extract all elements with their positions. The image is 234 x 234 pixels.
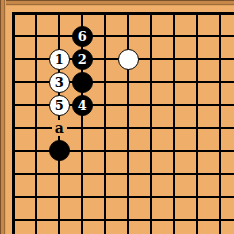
grid-line-vertical [173, 12, 175, 234]
grid-line-horizontal [12, 35, 234, 37]
grid-line-vertical [104, 12, 106, 234]
grid-line-vertical [127, 12, 129, 234]
grid-line-horizontal [12, 150, 234, 152]
move-number: 6 [78, 30, 87, 43]
stone-white-move-1: 1 [49, 49, 70, 70]
move-number: 3 [55, 76, 64, 89]
grid-line-vertical [196, 12, 198, 234]
go-board: 612354a [0, 0, 234, 234]
move-number: 2 [78, 53, 87, 66]
grid-line-vertical [219, 12, 221, 234]
stone-black-move-2: 2 [72, 49, 93, 70]
grid-line-horizontal [12, 127, 234, 129]
grid-line-horizontal [12, 173, 234, 175]
stone-white-F17 [118, 49, 139, 70]
board-edge-line-left [12, 12, 15, 234]
board-frame-top [0, 0, 234, 6]
move-number: 1 [55, 53, 64, 66]
grid-line-horizontal [12, 81, 234, 83]
point-label-a: a [52, 120, 67, 136]
grid-line-vertical [150, 12, 152, 234]
stone-black-C13 [49, 140, 70, 161]
grid-line-horizontal [12, 219, 234, 221]
grid-line-vertical [35, 12, 37, 234]
move-number: 4 [78, 99, 87, 112]
stone-white-move-5: 5 [49, 95, 70, 116]
stone-black-move-4: 4 [72, 95, 93, 116]
move-number: 5 [55, 99, 64, 112]
board-edge-line-top [12, 12, 234, 15]
stone-white-move-3: 3 [49, 72, 70, 93]
stone-black-D16 [72, 72, 93, 93]
grid-line-horizontal [12, 104, 234, 106]
grid-line-horizontal [12, 196, 234, 198]
stone-black-move-6: 6 [72, 26, 93, 47]
board-frame-left [0, 0, 6, 234]
